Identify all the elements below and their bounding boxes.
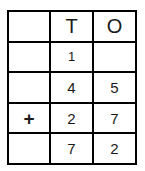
cell-r4c0 (9, 134, 49, 163)
header-ones-cell: O (94, 12, 135, 41)
cell-r4c1: 7 (51, 134, 92, 163)
plus-operator-cell: + (9, 104, 49, 133)
cell-r2c2: 5 (94, 73, 135, 102)
cell-r2c1: 4 (51, 73, 92, 102)
header-blank-cell (9, 12, 49, 41)
cell-r4c2: 2 (94, 134, 135, 163)
cell-r2c0 (9, 73, 49, 102)
cell-r1c2 (94, 43, 135, 72)
carry-digit-cell: 1 (51, 43, 92, 72)
header-tens-cell: T (51, 12, 92, 41)
cell-r3c1: 2 (51, 104, 92, 133)
cell-r1c0 (9, 43, 49, 72)
addition-board: TO145+2772 (7, 10, 137, 165)
cell-r3c2: 7 (94, 104, 135, 133)
